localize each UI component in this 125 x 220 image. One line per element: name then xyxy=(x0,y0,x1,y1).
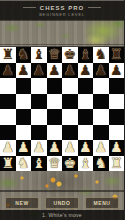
square-f5[interactable] xyxy=(78,94,94,110)
control-bar: NEW UNDO MENU xyxy=(0,196,124,210)
white-queen: ♛ xyxy=(48,156,61,172)
undo-button[interactable]: UNDO xyxy=(45,197,79,209)
title-rule-left xyxy=(23,7,36,8)
square-f1[interactable]: ♝ xyxy=(78,156,94,172)
square-f8[interactable]: ♝ xyxy=(78,47,94,63)
square-a7[interactable]: ♟ xyxy=(0,63,16,79)
white-pawn: ♟ xyxy=(48,140,61,156)
square-b1[interactable]: ♞ xyxy=(16,156,32,172)
square-a1[interactable]: ♜ xyxy=(0,156,16,172)
title-bar: CHESS PRO BEGINNER LEVEL xyxy=(0,0,124,20)
square-c3[interactable] xyxy=(31,125,47,141)
app-title: CHESS PRO xyxy=(40,5,84,11)
white-rook: ♜ xyxy=(1,156,14,172)
white-pawn: ♟ xyxy=(110,140,123,156)
black-pawn: ♟ xyxy=(79,63,92,79)
square-h6[interactable] xyxy=(109,78,125,94)
status-bar: 1. White's move xyxy=(0,210,124,220)
white-pawn: ♟ xyxy=(79,140,92,156)
white-knight: ♞ xyxy=(17,156,30,172)
white-rook: ♜ xyxy=(110,156,123,172)
square-g6[interactable] xyxy=(93,78,109,94)
square-d4[interactable] xyxy=(47,109,63,125)
white-pawn: ♟ xyxy=(94,140,107,156)
square-b8[interactable]: ♞ xyxy=(16,47,32,63)
square-b5[interactable] xyxy=(16,94,32,110)
white-pawn: ♟ xyxy=(63,140,76,156)
square-d3[interactable] xyxy=(47,125,63,141)
title-row: CHESS PRO xyxy=(23,5,101,11)
square-e2[interactable]: ♟ xyxy=(62,140,78,156)
square-c7[interactable]: ♟ xyxy=(31,63,47,79)
square-b2[interactable]: ♟ xyxy=(16,140,32,156)
square-f6[interactable] xyxy=(78,78,94,94)
white-pawn: ♟ xyxy=(1,140,14,156)
square-a5[interactable] xyxy=(0,94,16,110)
square-e5[interactable] xyxy=(62,94,78,110)
square-g5[interactable] xyxy=(93,94,109,110)
square-a6[interactable] xyxy=(0,78,16,94)
square-c1[interactable]: ♝ xyxy=(31,156,47,172)
chess-board: ♜♞♝♛♚♝♞♜♟♟♟♟♟♟♟♟♟♟♟♟♟♟♟♟♜♞♝♛♚♝♞♜ xyxy=(0,46,124,170)
square-g7[interactable]: ♟ xyxy=(93,63,109,79)
square-e6[interactable] xyxy=(62,78,78,94)
square-h1[interactable]: ♜ xyxy=(109,156,125,172)
black-rook: ♜ xyxy=(1,47,14,63)
square-b4[interactable] xyxy=(16,109,32,125)
move-status-text: 1. White's move xyxy=(42,212,82,218)
square-c6[interactable] xyxy=(31,78,47,94)
square-f4[interactable] xyxy=(78,109,94,125)
square-h8[interactable]: ♜ xyxy=(109,47,125,63)
black-knight: ♞ xyxy=(17,47,30,63)
white-bishop: ♝ xyxy=(79,156,92,172)
square-c2[interactable]: ♟ xyxy=(31,140,47,156)
square-g2[interactable]: ♟ xyxy=(93,140,109,156)
square-b7[interactable]: ♟ xyxy=(16,63,32,79)
square-h5[interactable] xyxy=(109,94,125,110)
black-pawn: ♟ xyxy=(63,63,76,79)
square-d7[interactable]: ♟ xyxy=(47,63,63,79)
square-d6[interactable] xyxy=(47,78,63,94)
square-c4[interactable] xyxy=(31,109,47,125)
square-g1[interactable]: ♞ xyxy=(93,156,109,172)
plank-groove xyxy=(0,44,124,45)
square-a2[interactable]: ♟ xyxy=(0,140,16,156)
square-h4[interactable] xyxy=(109,109,125,125)
black-bishop: ♝ xyxy=(32,47,45,63)
title-rule-right xyxy=(88,7,101,8)
plank-groove xyxy=(0,190,124,192)
black-pawn: ♟ xyxy=(94,63,107,79)
difficulty-label: BEGINNER LEVEL xyxy=(39,13,85,17)
black-bishop: ♝ xyxy=(79,47,92,63)
square-e7[interactable]: ♟ xyxy=(62,63,78,79)
square-d2[interactable]: ♟ xyxy=(47,140,63,156)
black-king: ♚ xyxy=(63,47,76,63)
square-g8[interactable]: ♞ xyxy=(93,47,109,63)
square-c5[interactable] xyxy=(31,94,47,110)
square-a8[interactable]: ♜ xyxy=(0,47,16,63)
white-pawn: ♟ xyxy=(32,140,45,156)
white-knight: ♞ xyxy=(94,156,107,172)
square-f7[interactable]: ♟ xyxy=(78,63,94,79)
white-pawn: ♟ xyxy=(17,140,30,156)
square-d1[interactable]: ♛ xyxy=(47,156,63,172)
black-pawn: ♟ xyxy=(17,63,30,79)
black-pawn: ♟ xyxy=(110,63,123,79)
white-king: ♚ xyxy=(63,156,76,172)
black-pawn: ♟ xyxy=(32,63,45,79)
black-pawn: ♟ xyxy=(1,63,14,79)
square-g3[interactable] xyxy=(93,125,109,141)
square-h3[interactable] xyxy=(109,125,125,141)
square-e4[interactable] xyxy=(62,109,78,125)
new-game-button[interactable]: NEW xyxy=(5,197,39,209)
square-b3[interactable] xyxy=(16,125,32,141)
square-f2[interactable]: ♟ xyxy=(78,140,94,156)
square-d5[interactable] xyxy=(47,94,63,110)
square-e1[interactable]: ♚ xyxy=(62,156,78,172)
square-e3[interactable] xyxy=(62,125,78,141)
chess-app-window: CHESS PRO BEGINNER LEVEL ♜♞♝♛♚♝♞♜♟♟♟♟♟♟♟… xyxy=(0,0,124,220)
square-a4[interactable] xyxy=(0,109,16,125)
black-pawn: ♟ xyxy=(48,63,61,79)
square-h2[interactable]: ♟ xyxy=(109,140,125,156)
square-c8[interactable]: ♝ xyxy=(31,47,47,63)
square-e8[interactable]: ♚ xyxy=(62,47,78,63)
black-rook: ♜ xyxy=(110,47,123,63)
plank-groove xyxy=(0,20,124,21)
square-a3[interactable] xyxy=(0,125,16,141)
square-d8[interactable]: ♛ xyxy=(47,47,63,63)
white-bishop: ♝ xyxy=(32,156,45,172)
square-b6[interactable] xyxy=(16,78,32,94)
square-g4[interactable] xyxy=(93,109,109,125)
square-h7[interactable]: ♟ xyxy=(109,63,125,79)
black-queen: ♛ xyxy=(48,47,61,63)
menu-button[interactable]: MENU xyxy=(85,197,119,209)
black-knight: ♞ xyxy=(94,47,107,63)
square-f3[interactable] xyxy=(78,125,94,141)
